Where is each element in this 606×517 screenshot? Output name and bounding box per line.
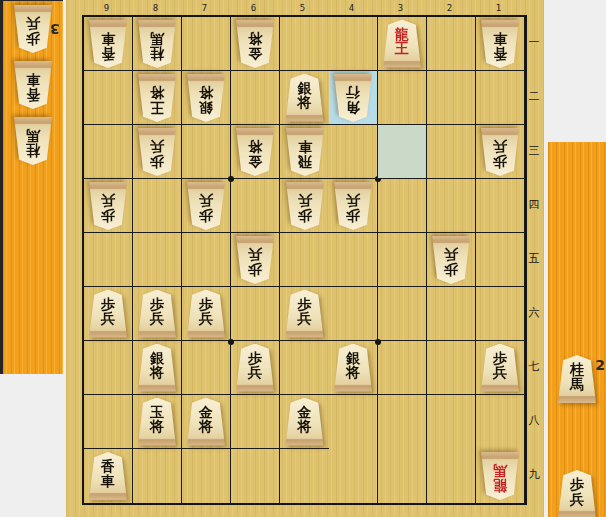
piece-kyosha[interactable]: 香車 [12, 61, 54, 109]
file-label-6: 6 [229, 0, 278, 15]
sente-hand-stand: 桂馬2歩兵 [548, 142, 606, 517]
piece-fuhyo[interactable]: 歩兵 [12, 5, 54, 53]
piece-ginsho[interactable]: 銀将 [284, 74, 326, 122]
piece-kanji: 歩兵 [87, 297, 129, 327]
square-2-2[interactable] [427, 71, 476, 125]
piece-fuhyo[interactable]: 歩兵 [430, 236, 472, 284]
square-1-1[interactable]: 香車 [476, 17, 525, 71]
square-9-3[interactable] [84, 125, 133, 179]
piece-kinsho[interactable]: 金将 [234, 20, 276, 68]
square-2-9[interactable] [427, 449, 476, 503]
piece-gyokusho[interactable]: 玉将 [136, 398, 178, 446]
piece-kanji: 歩兵 [234, 247, 276, 277]
square-5-5[interactable] [280, 233, 329, 287]
square-8-4[interactable] [133, 179, 182, 233]
hand-slot-sente-fuhyo[interactable]: 歩兵 [548, 470, 606, 517]
piece-kanji: 歩兵 [136, 139, 178, 169]
file-label-5: 5 [278, 0, 327, 15]
piece-ginsho[interactable]: 銀将 [332, 344, 374, 392]
piece-keima[interactable]: 桂馬 [556, 355, 598, 403]
square-1-3[interactable]: 歩兵 [476, 125, 525, 179]
square-3-8[interactable] [378, 395, 427, 449]
square-8-6[interactable]: 歩兵 [133, 287, 182, 341]
square-4-4[interactable]: 歩兵 [329, 179, 378, 233]
square-6-8[interactable] [231, 395, 280, 449]
square-3-7[interactable] [378, 341, 427, 395]
square-6-3[interactable]: 金将 [231, 125, 280, 179]
square-5-1[interactable] [280, 17, 329, 71]
piece-fuhyo[interactable]: 歩兵 [556, 470, 598, 517]
piece-kanji: 香車 [12, 72, 54, 102]
rank-label-7: 七 [525, 339, 543, 393]
rank-label-8: 八 [525, 393, 543, 447]
hand-count-gote-fuhyo: 3 [50, 21, 60, 37]
square-2-4[interactable] [427, 179, 476, 233]
piece-kanji: 玉将 [136, 405, 178, 435]
piece-kanji: 香車 [87, 31, 129, 61]
square-8-7[interactable]: 銀将 [133, 341, 182, 395]
square-5-7[interactable] [280, 341, 329, 395]
square-4-6[interactable] [329, 287, 378, 341]
piece-fuhyo[interactable]: 歩兵 [136, 128, 178, 176]
piece-keima[interactable]: 桂馬 [136, 20, 178, 68]
shogi-app: 歩兵3香車桂馬 987654321 一二三四五六七八九 香車桂馬金将龍王香車王将… [0, 0, 606, 517]
square-2-5[interactable]: 歩兵 [427, 233, 476, 287]
piece-keima[interactable]: 桂馬 [12, 117, 54, 165]
square-2-6[interactable] [427, 287, 476, 341]
piece-kinsho[interactable]: 金将 [185, 398, 227, 446]
square-9-8[interactable] [84, 395, 133, 449]
square-6-6[interactable] [231, 287, 280, 341]
square-1-6[interactable] [476, 287, 525, 341]
square-6-1[interactable]: 金将 [231, 17, 280, 71]
square-6-7[interactable]: 歩兵 [231, 341, 280, 395]
piece-fuhyo[interactable]: 歩兵 [234, 236, 276, 284]
piece-kanji: 桂馬 [556, 362, 598, 392]
piece-kanji: 歩兵 [185, 297, 227, 327]
square-5-3[interactable]: 飛車 [280, 125, 329, 179]
square-5-6[interactable]: 歩兵 [280, 287, 329, 341]
square-7-5[interactable] [182, 233, 231, 287]
piece-fuhyo[interactable]: 歩兵 [479, 128, 521, 176]
piece-kanji: 香車 [87, 459, 129, 489]
square-4-8[interactable] [329, 395, 378, 449]
piece-kanji: 歩兵 [556, 477, 598, 507]
piece-kanji: 歩兵 [12, 16, 54, 46]
square-4-1[interactable] [329, 17, 378, 71]
square-9-9[interactable]: 香車 [84, 449, 133, 503]
piece-kanji: 銀将 [332, 351, 374, 381]
file-label-4: 4 [327, 0, 376, 15]
square-3-3[interactable] [378, 125, 427, 179]
square-9-2[interactable] [84, 71, 133, 125]
hand-slot-gote-kyosha[interactable]: 香車 [3, 61, 63, 109]
file-label-8: 8 [131, 0, 180, 15]
piece-kanji: 歩兵 [87, 193, 129, 223]
piece-kanji: 龍王 [381, 27, 423, 57]
square-8-3[interactable]: 歩兵 [133, 125, 182, 179]
piece-ginsho[interactable]: 銀将 [136, 344, 178, 392]
square-8-9[interactable] [133, 449, 182, 503]
square-9-7[interactable] [84, 341, 133, 395]
square-2-3[interactable] [427, 125, 476, 179]
piece-kanji: 銀将 [185, 85, 227, 115]
piece-fuhyo[interactable]: 歩兵 [87, 182, 129, 230]
square-8-2[interactable]: 王将 [133, 71, 182, 125]
square-4-3[interactable] [329, 125, 378, 179]
square-3-5[interactable] [378, 233, 427, 287]
piece-fuhyo[interactable]: 歩兵 [284, 182, 326, 230]
rank-label-5: 五 [525, 231, 543, 285]
square-3-1[interactable]: 龍王 [378, 17, 427, 71]
square-7-2[interactable]: 銀将 [182, 71, 231, 125]
hand-slot-gote-fuhyo[interactable]: 歩兵3 [3, 5, 63, 53]
hand-count-sente-keima: 2 [595, 357, 605, 373]
square-5-2[interactable]: 銀将 [280, 71, 329, 125]
rank-label-9: 九 [525, 447, 543, 501]
piece-ryuo[interactable]: 龍王 [381, 20, 423, 68]
piece-kanji: 王将 [136, 85, 178, 115]
piece-kanji: 歩兵 [136, 297, 178, 327]
square-8-1[interactable]: 桂馬 [133, 17, 182, 71]
square-6-4[interactable] [231, 179, 280, 233]
piece-kanji: 金将 [284, 405, 326, 435]
hand-slot-gote-keima[interactable]: 桂馬 [3, 117, 63, 165]
shogi-board: 987654321 一二三四五六七八九 香車桂馬金将龍王香車王将銀将銀将角行歩兵… [66, 0, 544, 517]
piece-kanji: 角行 [332, 85, 374, 115]
square-9-6[interactable]: 歩兵 [84, 287, 133, 341]
piece-osho[interactable]: 王将 [136, 74, 178, 122]
square-1-4[interactable] [476, 179, 525, 233]
square-1-9[interactable]: 龍馬 [476, 449, 525, 503]
square-1-7[interactable]: 歩兵 [476, 341, 525, 395]
piece-kanji: 歩兵 [430, 247, 472, 277]
square-7-3[interactable] [182, 125, 231, 179]
square-5-9[interactable] [280, 449, 329, 503]
piece-kanji: 龍馬 [479, 463, 521, 493]
file-label-1: 1 [474, 0, 523, 15]
piece-kakugyo[interactable]: 角行 [332, 74, 374, 122]
square-4-5[interactable] [329, 233, 378, 287]
square-7-6[interactable]: 歩兵 [182, 287, 231, 341]
piece-kanji: 金将 [185, 405, 227, 435]
piece-kanji: 歩兵 [284, 297, 326, 327]
square-2-7[interactable] [427, 341, 476, 395]
rank-labels: 一二三四五六七八九 [525, 15, 543, 501]
square-2-1[interactable] [427, 17, 476, 71]
square-7-4[interactable]: 歩兵 [182, 179, 231, 233]
square-1-5[interactable] [476, 233, 525, 287]
file-labels: 987654321 [82, 0, 523, 15]
rank-label-6: 六 [525, 285, 543, 339]
square-7-7[interactable] [182, 341, 231, 395]
gote-hand-stand: 歩兵3香車桂馬 [0, 0, 63, 374]
square-6-9[interactable] [231, 449, 280, 503]
piece-fuhyo[interactable]: 歩兵 [332, 182, 374, 230]
square-8-5[interactable] [133, 233, 182, 287]
square-9-1[interactable]: 香車 [84, 17, 133, 71]
square-5-4[interactable]: 歩兵 [280, 179, 329, 233]
rank-label-4: 四 [525, 177, 543, 231]
file-label-2: 2 [425, 0, 474, 15]
square-1-2[interactable] [476, 71, 525, 125]
piece-kanji: 金将 [234, 31, 276, 61]
square-1-8[interactable] [476, 395, 525, 449]
piece-ginsho[interactable]: 銀将 [185, 74, 227, 122]
square-5-8[interactable]: 金将 [280, 395, 329, 449]
piece-kanji: 歩兵 [332, 193, 374, 223]
piece-kanji: 香車 [479, 31, 521, 61]
piece-kanji: 銀将 [136, 351, 178, 381]
square-9-5[interactable] [84, 233, 133, 287]
piece-fuhyo[interactable]: 歩兵 [479, 344, 521, 392]
square-7-9[interactable] [182, 449, 231, 503]
piece-kyosha[interactable]: 香車 [87, 20, 129, 68]
piece-kyosha[interactable]: 香車 [479, 20, 521, 68]
square-7-8[interactable]: 金将 [182, 395, 231, 449]
piece-kyosha[interactable]: 香車 [87, 452, 129, 500]
piece-kanji: 歩兵 [479, 139, 521, 169]
piece-kanji: 金将 [234, 139, 276, 169]
board-grid: 香車桂馬金将龍王香車王将銀将銀将角行歩兵金将飛車歩兵歩兵歩兵歩兵歩兵歩兵歩兵歩兵… [82, 15, 527, 505]
piece-fuhyo[interactable]: 歩兵 [87, 290, 129, 338]
piece-kanji: 飛車 [284, 139, 326, 169]
square-2-8[interactable] [427, 395, 476, 449]
square-4-2[interactable]: 角行 [329, 71, 378, 125]
square-6-2[interactable] [231, 71, 280, 125]
piece-fuhyo[interactable]: 歩兵 [185, 182, 227, 230]
square-3-9[interactable] [378, 449, 427, 503]
square-8-8[interactable]: 玉将 [133, 395, 182, 449]
piece-kanji: 銀将 [284, 81, 326, 111]
piece-kinsho[interactable]: 金将 [234, 128, 276, 176]
square-7-1[interactable] [182, 17, 231, 71]
piece-fuhyo[interactable]: 歩兵 [284, 290, 326, 338]
piece-kanji: 歩兵 [234, 351, 276, 381]
piece-kanji: 桂馬 [12, 128, 54, 158]
hand-slot-sente-keima[interactable]: 桂馬2 [548, 355, 606, 403]
piece-kanji: 歩兵 [185, 193, 227, 223]
square-4-9[interactable] [329, 449, 378, 503]
piece-fuhyo[interactable]: 歩兵 [136, 290, 178, 338]
piece-kinsho[interactable]: 金将 [284, 398, 326, 446]
rank-label-1: 一 [525, 15, 543, 69]
piece-ryuma[interactable]: 龍馬 [479, 452, 521, 500]
piece-kanji: 桂馬 [136, 31, 178, 61]
piece-kanji: 歩兵 [479, 351, 521, 381]
rank-label-2: 二 [525, 69, 543, 123]
square-3-6[interactable] [378, 287, 427, 341]
square-6-5[interactable]: 歩兵 [231, 233, 280, 287]
square-4-7[interactable]: 銀将 [329, 341, 378, 395]
square-3-2[interactable] [378, 71, 427, 125]
piece-kanji: 歩兵 [284, 193, 326, 223]
file-label-9: 9 [82, 0, 131, 15]
square-9-4[interactable]: 歩兵 [84, 179, 133, 233]
rank-label-3: 三 [525, 123, 543, 177]
piece-hisha[interactable]: 飛車 [284, 128, 326, 176]
piece-fuhyo[interactable]: 歩兵 [234, 344, 276, 392]
piece-fuhyo[interactable]: 歩兵 [185, 290, 227, 338]
file-label-3: 3 [376, 0, 425, 15]
square-3-4[interactable] [378, 179, 427, 233]
file-label-7: 7 [180, 0, 229, 15]
